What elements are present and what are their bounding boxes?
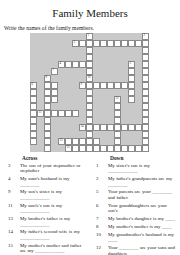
grid-cell[interactable] [86,131,93,138]
blocked-cell [107,103,114,110]
grid-cell[interactable] [65,138,72,145]
grid-cell[interactable]: 6 [30,82,37,89]
grid-cell[interactable] [51,89,58,96]
clue-item-text: My brother's daughter is my ____ [108,216,179,222]
clue-item-text: My father's grandparents are my ________ [108,176,179,187]
grid-cell[interactable] [79,138,86,145]
blocked-cell [135,96,142,103]
clue-number: 5 [130,62,132,65]
clue-item: 9My son's sister is my ____________ [6,189,91,200]
grid-cell[interactable] [86,61,93,68]
clue-item: 11My uncle's son is my ____________ [6,203,91,214]
blocked-cell [79,54,86,61]
blocked-cell [100,117,107,124]
blocked-cell [51,117,58,124]
grid-cell[interactable] [142,131,149,138]
down-list: 1My sister's son is my ____________2My f… [94,163,179,255]
blocked-cell [93,110,100,117]
grid-cell[interactable] [142,82,149,89]
blocked-cell [37,117,44,124]
grid-cell[interactable] [100,124,107,131]
grid-cell[interactable] [142,75,149,82]
grid-cell[interactable] [142,103,149,110]
grid-cell[interactable] [86,117,93,124]
blocked-cell [72,33,79,40]
clue-item-number: 1 [94,163,108,174]
blocked-cell [65,75,72,82]
clue-item-text: My sister's son is my ____________ [108,163,179,174]
grid-cell[interactable] [79,145,86,152]
blocked-cell [114,33,121,40]
blocked-cell [37,61,44,68]
clue-item-text: My uncle's son is my ____________ [20,203,91,214]
grid-cell[interactable] [44,110,51,117]
grid-cell[interactable] [44,82,51,89]
grid-cell[interactable] [86,54,93,61]
grid-cell[interactable] [100,40,107,47]
blocked-cell [79,103,86,110]
blocked-cell [37,82,44,89]
blocked-cell [114,75,121,82]
grid-cell[interactable] [44,124,51,131]
blocked-cell [121,138,128,145]
blocked-cell [30,75,37,82]
grid-cell[interactable]: 7 [51,68,58,75]
blocked-cell [37,131,44,138]
grid-cell[interactable] [142,40,149,47]
clue-item: 2My father's grandparents are my _______… [94,176,179,187]
grid-cell[interactable] [142,145,149,152]
grid-cell[interactable]: 5 [128,61,135,68]
blocked-cell [135,75,142,82]
blocked-cell [93,33,100,40]
clue-item-number: 12 [94,245,108,255]
blocked-cell [135,47,142,54]
clue-item-text: The son of your stepmother or stepfather [20,163,91,174]
grid-cell[interactable] [30,131,37,138]
blocked-cell [37,40,44,47]
blocked-cell [65,103,72,110]
grid-cell[interactable]: 10 [86,75,93,82]
blocked-cell [30,33,37,40]
grid-cell[interactable] [114,145,121,152]
blocked-cell [107,131,114,138]
grid-cell[interactable] [86,145,93,152]
blocked-cell [51,103,58,110]
down-header: Down [110,156,179,162]
blocked-cell [100,110,107,117]
blocked-cell [121,110,128,117]
blocked-cell [135,61,142,68]
grid-cell[interactable] [58,110,65,117]
grid-cell[interactable] [121,145,128,152]
blocked-cell [128,131,135,138]
blocked-cell [51,131,58,138]
grid-cell[interactable] [121,82,128,89]
blocked-cell [51,47,58,54]
grid-cell[interactable] [30,110,37,117]
clue-number: 11 [39,111,42,114]
blocked-cell [37,89,44,96]
grid-cell[interactable] [128,68,135,75]
blocked-cell [58,103,65,110]
grid-cell[interactable] [86,138,93,145]
grid-cell[interactable] [114,138,121,145]
grid-cell[interactable]: 4 [58,61,65,68]
blocked-cell [79,47,86,54]
blocked-cell [30,40,37,47]
clue-item-number: 15 [6,243,20,254]
grid-cell[interactable] [51,82,58,89]
blocked-cell [58,75,65,82]
clue-item: 14My father's second wife is my ________… [6,229,91,240]
grid-cell[interactable] [30,117,37,124]
clue-number: 12 [116,97,119,100]
grid-cell[interactable] [114,40,121,47]
blocked-cell [100,33,107,40]
blocked-cell [135,117,142,124]
grid-cell[interactable] [30,124,37,131]
clue-item-number: 4 [6,176,20,187]
blocked-cell [100,89,107,96]
blocked-cell [51,145,58,152]
blocked-cell [107,117,114,124]
clue-item-number: 11 [6,203,20,214]
grid-cell[interactable] [72,110,79,117]
clue-number: 4 [60,62,62,65]
clue-number: 9 [81,83,83,86]
clue-section: Across 3The son of your stepmother or st… [6,156,180,255]
clue-item-number: 13 [6,216,20,227]
blocked-cell [58,145,65,152]
grid-cell[interactable] [142,61,149,68]
clue-item-text: Your granddaughters are your son's [108,203,179,214]
blocked-cell [37,96,44,103]
blocked-cell [93,103,100,110]
blocked-cell [72,131,79,138]
blocked-cell [107,33,114,40]
blocked-cell [128,103,135,110]
blocked-cell [37,103,44,110]
blocked-cell [100,138,107,145]
worksheet-page: { "game": "crossword", "title": "Family … [0,0,180,255]
blocked-cell [72,96,79,103]
clue-number: 7 [53,69,55,72]
grid-cell[interactable] [79,61,86,68]
grid-cell[interactable] [79,40,86,47]
grid-cell[interactable] [30,103,37,110]
blocked-cell [114,68,121,75]
clue-item-number: 6 [94,203,108,214]
grid-cell[interactable] [128,82,135,89]
blocked-cell [58,89,65,96]
blocked-cell [121,131,128,138]
clue-item-text: My mother's mother and father are my ___… [20,243,91,254]
blocked-cell [65,131,72,138]
grid-cell[interactable] [86,110,93,117]
grid-cell[interactable] [86,47,93,54]
blocked-cell [65,124,72,131]
blocked-cell [65,33,72,40]
blocked-cell [58,117,65,124]
clue-item-number: 10 [94,232,108,243]
grid-cell[interactable] [93,124,100,131]
grid-cell[interactable] [51,96,58,103]
clue-number: 8 [46,76,48,79]
blocked-cell [107,110,114,117]
grid-cell[interactable] [107,40,114,47]
grid-cell[interactable] [72,61,79,68]
grid-cell[interactable]: 3 [72,40,79,47]
grid-cell[interactable] [135,124,142,131]
blocked-cell [135,54,142,61]
blocked-cell [51,75,58,82]
grid-cell[interactable] [86,124,93,131]
blocked-cell [135,131,142,138]
grid-cell[interactable] [65,110,72,117]
blocked-cell [135,110,142,117]
blocked-cell [100,103,107,110]
grid-cell[interactable] [142,54,149,61]
grid-cell[interactable] [135,40,142,47]
grid-cell[interactable] [100,82,107,89]
grid-cell[interactable] [44,96,51,103]
grid-cell[interactable] [93,138,100,145]
grid-cell[interactable] [44,89,51,96]
grid-cell[interactable] [142,68,149,75]
clue-item: 8My mother's mother is my ____ [94,224,179,230]
clue-item-text: My brother's father is my ____________ [20,216,91,227]
blocked-cell [58,33,65,40]
grid-cell[interactable]: 11 [37,110,44,117]
grid-cell[interactable] [86,68,93,75]
blocked-cell [135,33,142,40]
blocked-cell [114,61,121,68]
grid-cell[interactable] [100,145,107,152]
grid-cell[interactable] [128,96,135,103]
blocked-cell [37,68,44,75]
grid-cell[interactable] [128,40,135,47]
blocked-cell [121,89,128,96]
blocked-cell [79,131,86,138]
blocked-cell [114,54,121,61]
blocked-cell [30,61,37,68]
blocked-cell [107,68,114,75]
blocked-cell [79,68,86,75]
blocked-cell [93,61,100,68]
blocked-cell [107,47,114,54]
grid-cell[interactable] [93,82,100,89]
clue-number: 15 [67,146,70,149]
blocked-cell [58,68,65,75]
blocked-cell [100,68,107,75]
grid-cell[interactable] [107,82,114,89]
grid-cell[interactable] [86,82,93,89]
grid-cell[interactable] [135,145,142,152]
clue-number: 2 [144,34,146,37]
grid-cell[interactable] [44,103,51,110]
grid-cell[interactable] [86,40,93,47]
blocked-cell [100,47,107,54]
blocked-cell [128,47,135,54]
blocked-cell [37,145,44,152]
clue-number: 10 [88,76,91,79]
grid-cell[interactable] [114,110,121,117]
grid-cell[interactable] [142,124,149,131]
blocked-cell [37,33,44,40]
grid-cell[interactable]: 2 [142,33,149,40]
grid-cell[interactable] [142,117,149,124]
blocked-cell [65,117,72,124]
blocked-cell [37,138,44,145]
grid-cell[interactable] [142,110,149,117]
blocked-cell [51,54,58,61]
blocked-cell [30,54,37,61]
grid-cell[interactable] [142,138,149,145]
blocked-cell [121,75,128,82]
blocked-cell [135,82,142,89]
grid-cell[interactable]: 9 [79,82,86,89]
grid-cell[interactable] [114,82,121,89]
clue-item: 13My brother's father is my ____________ [6,216,91,227]
blocked-cell [100,96,107,103]
blocked-cell [37,75,44,82]
blocked-cell [135,89,142,96]
grid-cell[interactable]: 8 [44,75,51,82]
blocked-cell [100,75,107,82]
grid-cell[interactable] [114,131,121,138]
blocked-cell [30,145,37,152]
page-title: Family Members [0,7,180,19]
instruction-text: Write the names of the family members. [4,25,180,31]
grid-cell[interactable]: 12 [114,96,121,103]
blocked-cell [65,82,72,89]
grid-cell[interactable]: 1 [86,33,93,40]
blocked-cell [79,33,86,40]
blocked-cell [135,138,142,145]
blocked-cell [128,33,135,40]
grid-cell[interactable] [44,131,51,138]
grid-cell[interactable] [44,117,51,124]
blocked-cell [65,96,72,103]
grid-cell[interactable] [128,89,135,96]
blocked-cell [72,54,79,61]
crossword-grid: 123457810691211141315 [30,33,149,152]
clue-item-number: 8 [94,224,108,230]
grid-cell[interactable] [51,110,58,117]
blocked-cell [121,33,128,40]
clue-item-text: My father's second wife is my __________… [20,229,91,240]
grid-cell[interactable] [107,145,114,152]
grid-cell[interactable] [86,89,93,96]
grid-cell[interactable] [93,40,100,47]
blocked-cell [51,40,58,47]
blocked-cell [65,54,72,61]
clue-item: 4My aunt's husband is my ________ [6,176,91,187]
clue-item-text: Your ________ are your sons and daughter… [108,245,179,255]
grid-cell[interactable] [128,145,135,152]
grid-cell[interactable] [128,75,135,82]
blocked-cell [79,117,86,124]
grid-cell[interactable] [114,117,121,124]
clue-item: 3The son of your stepmother or stepfathe… [6,163,91,174]
blocked-cell [58,54,65,61]
grid-cell[interactable] [142,47,149,54]
clue-item: 12Your ________ are your sons and daught… [94,245,179,255]
grid-cell[interactable]: 13 [58,138,65,145]
grid-cell[interactable]: 15 [65,145,72,152]
grid-cell[interactable] [142,96,149,103]
blocked-cell [44,54,51,61]
clue-number: 14 [81,125,84,128]
blocked-cell [65,47,72,54]
blocked-cell [128,117,135,124]
blocked-cell [135,68,142,75]
grid-cell[interactable] [72,138,79,145]
blocked-cell [51,124,58,131]
clue-number: 3 [74,41,76,44]
blocked-cell [58,40,65,47]
grid-cell[interactable] [72,145,79,152]
blocked-cell [93,47,100,54]
across-clues: Across 3The son of your stepmother or st… [6,156,91,255]
grid-cell[interactable] [30,138,37,145]
blocked-cell [72,124,79,131]
grid-cell[interactable] [30,89,37,96]
blocked-cell [121,47,128,54]
blocked-cell [100,61,107,68]
grid-cell[interactable] [65,61,72,68]
grid-cell[interactable] [121,124,128,131]
blocked-cell [72,68,79,75]
clue-item-number: 7 [94,216,108,222]
clue-item-number: 9 [6,189,20,200]
grid-cell[interactable] [86,103,93,110]
blocked-cell [44,68,51,75]
grid-cell[interactable] [142,89,149,96]
blocked-cell [107,61,114,68]
clue-item-text: Your parents are your ________ and fathe… [108,189,179,200]
blocked-cell [128,138,135,145]
grid-cell[interactable] [30,96,37,103]
grid-cell[interactable] [107,124,114,131]
grid-cell[interactable] [121,40,128,47]
blocked-cell [93,54,100,61]
blocked-cell [93,131,100,138]
grid-cell[interactable] [44,138,51,145]
across-list: 3The son of your stepmother or stepfathe… [6,163,91,254]
clue-item-number: 2 [94,176,108,187]
blocked-cell [107,138,114,145]
blocked-cell [79,89,86,96]
grid-cell[interactable] [44,145,51,152]
blocked-cell [93,75,100,82]
grid-cell[interactable]: 14 [79,124,86,131]
blocked-cell [58,124,65,131]
grid-cell[interactable] [86,96,93,103]
grid-cell[interactable] [128,124,135,131]
blocked-cell [44,33,51,40]
grid-cell[interactable] [114,103,121,110]
blocked-cell [51,138,58,145]
clue-number: 13 [60,139,63,142]
clue-item-text: My mother's mother is my ____ [108,224,179,230]
grid-cell[interactable] [114,124,121,131]
grid-cell[interactable] [93,145,100,152]
blocked-cell [58,96,65,103]
blocked-cell [58,47,65,54]
blocked-cell [100,131,107,138]
